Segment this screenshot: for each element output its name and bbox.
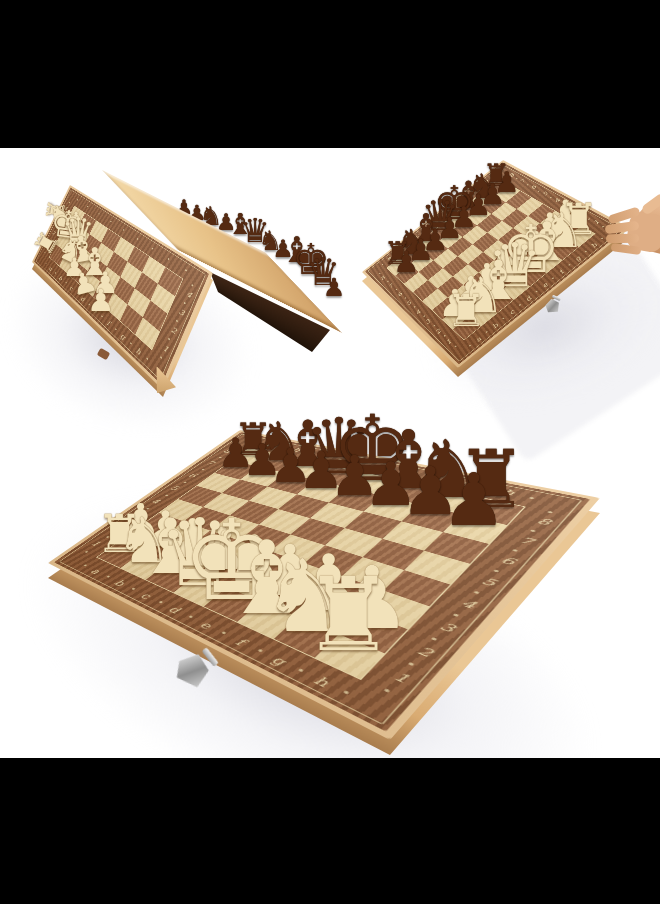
piece-white-r: ♜ bbox=[303, 565, 394, 667]
letterbox-bottom bbox=[0, 758, 660, 904]
letterbox-top bbox=[0, 0, 660, 148]
product-photo-stage: ♟♟♞♟♝♛♞♟♝♚♛♟abcdefgh44332211♞♟♚♛♝♝♟♜♞♟♟♟… bbox=[0, 0, 660, 904]
finger-ring bbox=[606, 234, 639, 244]
